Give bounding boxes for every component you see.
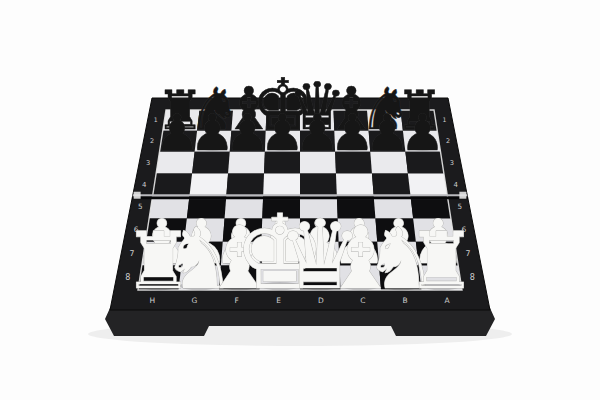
hinge-left — [134, 192, 141, 199]
black-pawn-a2: ♟ — [400, 103, 445, 162]
rank-label-left-3: 3 — [146, 159, 150, 167]
chess-set-product-photo: 1122334455667788HGFEDCBA♜♞♝♚♛♝♞♜♟♟♟♟♟♟♟♟… — [0, 0, 600, 400]
chessboard: 1122334455667788HGFEDCBA♜♞♝♚♛♝♞♜♟♟♟♟♟♟♟♟… — [0, 0, 600, 400]
white-rook-a8: ♜ — [406, 215, 477, 307]
rank-label-left-4: 4 — [142, 181, 147, 189]
rank-label-right-2: 2 — [446, 137, 450, 145]
rank-label-right-3: 3 — [450, 159, 454, 167]
rank-label-right-4: 4 — [454, 181, 459, 189]
hinge-right — [459, 192, 466, 199]
rank-label-left-2: 2 — [150, 137, 154, 145]
